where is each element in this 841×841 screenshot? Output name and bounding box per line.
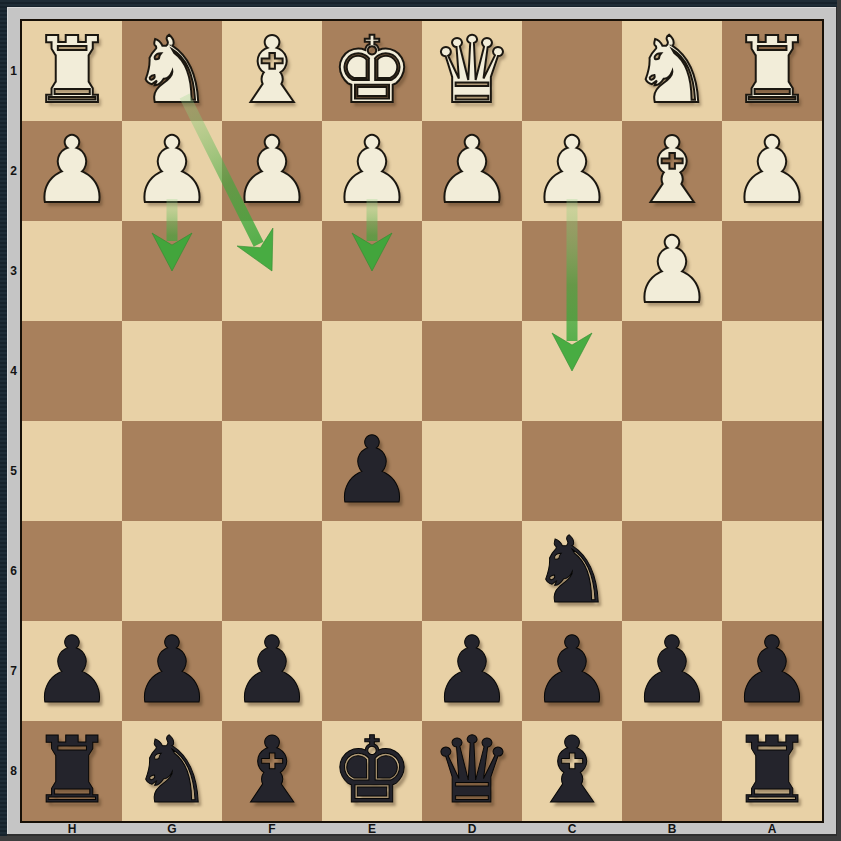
black-pawn: ♟ <box>722 621 822 721</box>
square-b2[interactable]: ♝ <box>622 121 722 221</box>
file-label-e: E <box>322 822 422 836</box>
white-rook: ♜ <box>722 21 822 121</box>
file-label-f: F <box>222 822 322 836</box>
rank-label-2: 2 <box>7 121 20 221</box>
rank-label-7: 7 <box>7 621 20 721</box>
square-a7[interactable]: ♟ <box>722 621 822 721</box>
square-d3[interactable] <box>422 221 522 321</box>
file-label-b: B <box>622 822 722 836</box>
rank-label-5: 5 <box>7 421 20 521</box>
white-pawn: ♟ <box>122 121 222 221</box>
square-a5[interactable] <box>722 421 822 521</box>
square-h7[interactable]: ♟ <box>22 621 122 721</box>
file-label-d: D <box>422 822 522 836</box>
white-pawn: ♟ <box>722 121 822 221</box>
square-d2[interactable]: ♟ <box>422 121 522 221</box>
square-g4[interactable] <box>122 321 222 421</box>
window-edge-bottom <box>0 836 841 841</box>
square-h3[interactable] <box>22 221 122 321</box>
square-d6[interactable] <box>422 521 522 621</box>
square-b7[interactable]: ♟ <box>622 621 722 721</box>
square-c6[interactable]: ♞ <box>522 521 622 621</box>
square-d7[interactable]: ♟ <box>422 621 522 721</box>
black-bishop: ♝ <box>222 721 322 821</box>
square-a2[interactable]: ♟ <box>722 121 822 221</box>
square-e7[interactable] <box>322 621 422 721</box>
square-d4[interactable] <box>422 321 522 421</box>
white-rook: ♜ <box>22 21 122 121</box>
square-b3[interactable]: ♟ <box>622 221 722 321</box>
black-pawn: ♟ <box>522 621 622 721</box>
square-f1[interactable]: ♝ <box>222 21 322 121</box>
black-rook: ♜ <box>22 721 122 821</box>
black-king: ♚ <box>322 721 422 821</box>
black-pawn: ♟ <box>422 621 522 721</box>
square-h2[interactable]: ♟ <box>22 121 122 221</box>
square-f5[interactable] <box>222 421 322 521</box>
black-pawn: ♟ <box>122 621 222 721</box>
black-knight: ♞ <box>522 521 622 621</box>
square-a3[interactable] <box>722 221 822 321</box>
square-e3[interactable] <box>322 221 422 321</box>
square-c1[interactable] <box>522 21 622 121</box>
square-f8[interactable]: ♝ <box>222 721 322 821</box>
square-f3[interactable] <box>222 221 322 321</box>
square-b8[interactable] <box>622 721 722 821</box>
black-rook: ♜ <box>722 721 822 821</box>
square-g3[interactable] <box>122 221 222 321</box>
square-e8[interactable]: ♚ <box>322 721 422 821</box>
rank-label-1: 1 <box>7 21 20 121</box>
white-bishop: ♝ <box>222 21 322 121</box>
square-h8[interactable]: ♜ <box>22 721 122 821</box>
white-pawn: ♟ <box>222 121 322 221</box>
white-pawn: ♟ <box>22 121 122 221</box>
square-f7[interactable]: ♟ <box>222 621 322 721</box>
white-pawn: ♟ <box>322 121 422 221</box>
square-e2[interactable]: ♟ <box>322 121 422 221</box>
square-c7[interactable]: ♟ <box>522 621 622 721</box>
square-g7[interactable]: ♟ <box>122 621 222 721</box>
file-label-c: C <box>522 822 622 836</box>
square-e4[interactable] <box>322 321 422 421</box>
black-pawn: ♟ <box>22 621 122 721</box>
black-pawn: ♟ <box>222 621 322 721</box>
square-f2[interactable]: ♟ <box>222 121 322 221</box>
square-e5[interactable]: ♟ <box>322 421 422 521</box>
square-c3[interactable] <box>522 221 622 321</box>
square-g6[interactable] <box>122 521 222 621</box>
square-d5[interactable] <box>422 421 522 521</box>
square-a8[interactable]: ♜ <box>722 721 822 821</box>
file-label-a: A <box>722 822 822 836</box>
square-g1[interactable]: ♞ <box>122 21 222 121</box>
black-pawn: ♟ <box>622 621 722 721</box>
square-c4[interactable] <box>522 321 622 421</box>
square-g5[interactable] <box>122 421 222 521</box>
square-g8[interactable]: ♞ <box>122 721 222 821</box>
square-a4[interactable] <box>722 321 822 421</box>
square-h4[interactable] <box>22 321 122 421</box>
square-e1[interactable]: ♚ <box>322 21 422 121</box>
black-queen: ♛ <box>422 721 522 821</box>
file-label-g: G <box>122 822 222 836</box>
board-grid: ♜♞♝♚♛♞♜♟♟♟♟♟♟♝♟♟♟♞♟♟♟♟♟♟♟♜♞♝♚♛♝♜ <box>22 21 822 821</box>
white-pawn: ♟ <box>622 221 722 321</box>
square-b5[interactable] <box>622 421 722 521</box>
square-f4[interactable] <box>222 321 322 421</box>
window-edge-right <box>837 0 841 841</box>
file-label-h: H <box>22 822 122 836</box>
rank-label-3: 3 <box>7 221 20 321</box>
chess-board: ♜♞♝♚♛♞♜♟♟♟♟♟♟♝♟♟♟♞♟♟♟♟♟♟♟♜♞♝♚♛♝♜ <box>20 19 824 823</box>
white-knight: ♞ <box>122 21 222 121</box>
square-a6[interactable] <box>722 521 822 621</box>
rank-label-6: 6 <box>7 521 20 621</box>
square-d8[interactable]: ♛ <box>422 721 522 821</box>
square-b1[interactable]: ♞ <box>622 21 722 121</box>
rank-label-4: 4 <box>7 321 20 421</box>
black-pawn: ♟ <box>322 421 422 521</box>
square-c2[interactable]: ♟ <box>522 121 622 221</box>
square-h1[interactable]: ♜ <box>22 21 122 121</box>
square-b4[interactable] <box>622 321 722 421</box>
square-e6[interactable] <box>322 521 422 621</box>
chess-app-window: ♜♞♝♚♛♞♜♟♟♟♟♟♟♝♟♟♟♞♟♟♟♟♟♟♟♜♞♝♚♛♝♜ 1234567… <box>0 0 841 841</box>
white-king: ♚ <box>322 21 422 121</box>
square-c8[interactable]: ♝ <box>522 721 622 821</box>
square-f6[interactable] <box>222 521 322 621</box>
rank-label-8: 8 <box>7 721 20 821</box>
white-pawn: ♟ <box>522 121 622 221</box>
square-d1[interactable]: ♛ <box>422 21 522 121</box>
square-a1[interactable]: ♜ <box>722 21 822 121</box>
white-bishop: ♝ <box>622 121 722 221</box>
black-bishop: ♝ <box>522 721 622 821</box>
white-queen: ♛ <box>422 21 522 121</box>
square-g2[interactable]: ♟ <box>122 121 222 221</box>
square-h6[interactable] <box>22 521 122 621</box>
square-b6[interactable] <box>622 521 722 621</box>
black-knight: ♞ <box>122 721 222 821</box>
square-c5[interactable] <box>522 421 622 521</box>
white-knight: ♞ <box>622 21 722 121</box>
white-pawn: ♟ <box>422 121 522 221</box>
square-h5[interactable] <box>22 421 122 521</box>
